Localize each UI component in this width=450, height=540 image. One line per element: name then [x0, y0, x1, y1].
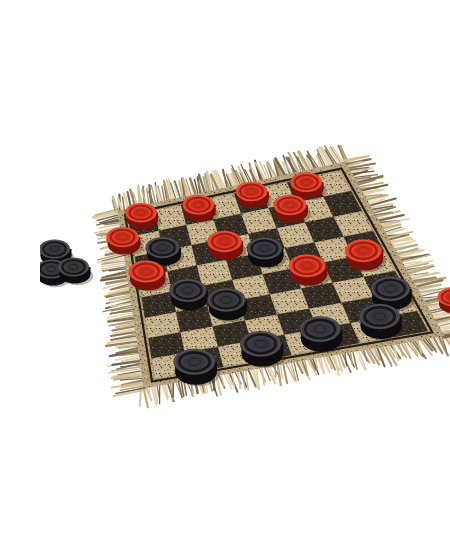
off-board-black-stack	[40, 239, 93, 287]
checkers-rug-photo: checkers	[40, 16, 450, 540]
checkers-board-scene	[40, 16, 450, 540]
